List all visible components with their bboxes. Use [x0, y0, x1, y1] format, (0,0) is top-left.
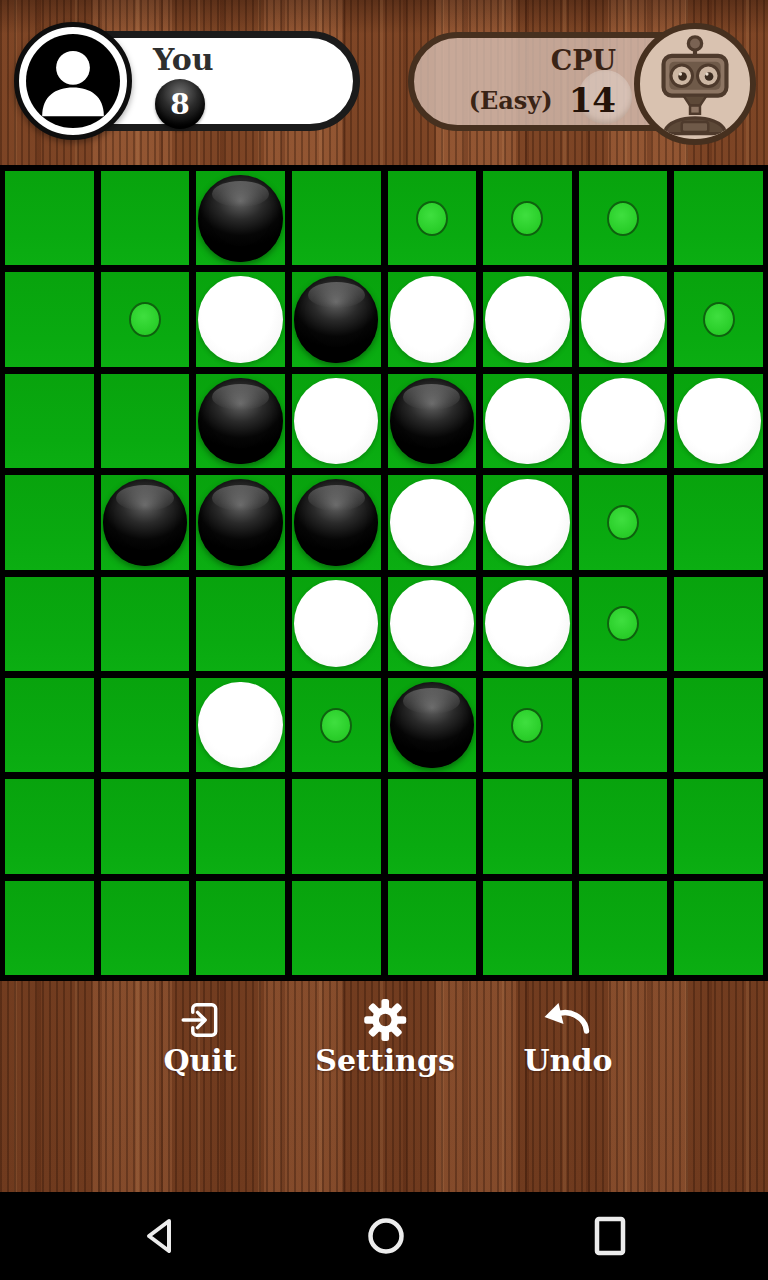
- black-disc: [294, 276, 378, 363]
- othello-board[interactable]: [0, 165, 768, 981]
- white-disc: [581, 276, 665, 363]
- undo-button[interactable]: Undo: [524, 998, 613, 1078]
- white-disc: [390, 580, 474, 667]
- board-cell-d8: [292, 881, 381, 975]
- black-disc: [198, 479, 282, 566]
- white-disc: [485, 276, 569, 363]
- board-cell-f8: [483, 881, 572, 975]
- cpu-avatar: [634, 23, 756, 145]
- black-disc: [103, 479, 187, 566]
- board-cell-h7: [674, 779, 763, 873]
- android-recents-button[interactable]: [589, 1215, 631, 1257]
- white-disc: [485, 580, 569, 667]
- board-cell-d4: [292, 475, 381, 569]
- legal-move-hint[interactable]: [607, 606, 639, 641]
- board-cell-g7: [579, 779, 668, 873]
- cpu-score: 14: [569, 80, 616, 120]
- white-disc: [390, 276, 474, 363]
- back-triangle-icon: [141, 1215, 183, 1257]
- board-cell-f7: [483, 779, 572, 873]
- gear-icon: [315, 998, 455, 1042]
- board-cell-h6: [674, 678, 763, 772]
- board-cell-c6: [196, 678, 285, 772]
- board-cell-h4: [674, 475, 763, 569]
- board-cell-f5: [483, 577, 572, 671]
- board-cell-d2: [292, 272, 381, 366]
- board-cell-a3: [5, 374, 94, 468]
- white-disc: [485, 378, 569, 465]
- board-cell-b6: [101, 678, 190, 772]
- white-disc: [677, 378, 761, 465]
- board-cell-g3: [579, 374, 668, 468]
- board-cell-c4: [196, 475, 285, 569]
- board-cell-b4: [101, 475, 190, 569]
- board-cell-g1[interactable]: [579, 171, 668, 265]
- player-name: You: [153, 44, 343, 76]
- board-cell-e2: [388, 272, 477, 366]
- legal-move-hint[interactable]: [320, 708, 352, 743]
- board-cell-g6: [579, 678, 668, 772]
- android-navigation-bar: [0, 1192, 768, 1280]
- board-cell-c1: [196, 171, 285, 265]
- board-cell-h3: [674, 374, 763, 468]
- board-cell-b2[interactable]: [101, 272, 190, 366]
- board-cell-f6[interactable]: [483, 678, 572, 772]
- board-cell-d6[interactable]: [292, 678, 381, 772]
- board-cell-g5[interactable]: [579, 577, 668, 671]
- board-cell-b1: [101, 171, 190, 265]
- board-cell-a6: [5, 678, 94, 772]
- black-disc: [294, 479, 378, 566]
- quit-label: Quit: [163, 1043, 236, 1078]
- board-cell-a7: [5, 779, 94, 873]
- undo-label: Undo: [524, 1043, 613, 1078]
- android-back-button[interactable]: [141, 1215, 183, 1257]
- home-circle-icon: [365, 1215, 407, 1257]
- board-cell-b3: [101, 374, 190, 468]
- cpu-difficulty: (Easy): [469, 86, 553, 115]
- quit-button[interactable]: Quit: [163, 998, 236, 1078]
- board-cell-b5: [101, 577, 190, 671]
- board-cell-g2: [579, 272, 668, 366]
- legal-move-hint[interactable]: [511, 201, 543, 236]
- board-cell-e6: [388, 678, 477, 772]
- board-cell-a1: [5, 171, 94, 265]
- board-cell-f1[interactable]: [483, 171, 572, 265]
- board-cell-d7: [292, 779, 381, 873]
- board-cell-g8: [579, 881, 668, 975]
- board-cell-f4: [483, 475, 572, 569]
- player-score-disc: 8: [155, 79, 205, 129]
- settings-label: Settings: [315, 1043, 455, 1078]
- legal-move-hint[interactable]: [607, 201, 639, 236]
- settings-button[interactable]: Settings: [315, 998, 455, 1078]
- board-cell-c2: [196, 272, 285, 366]
- white-disc: [198, 276, 282, 363]
- game-toolbar: Quit Settings: [0, 996, 768, 1086]
- board-cell-d5: [292, 577, 381, 671]
- board-cell-e7: [388, 779, 477, 873]
- player-score: 8: [170, 88, 189, 121]
- legal-move-hint[interactable]: [703, 302, 735, 337]
- black-disc: [390, 682, 474, 769]
- undo-arrow-icon: [524, 998, 613, 1042]
- legal-move-hint[interactable]: [416, 201, 448, 236]
- board-cell-b8: [101, 881, 190, 975]
- white-disc: [294, 378, 378, 465]
- board-cell-c3: [196, 374, 285, 468]
- board-cell-d1: [292, 171, 381, 265]
- board-cell-e1[interactable]: [388, 171, 477, 265]
- scoreboard: You 8 CPU (Easy) 14: [0, 0, 768, 165]
- board-cell-e5: [388, 577, 477, 671]
- othello-app-screen: You 8 CPU (Easy) 14: [0, 0, 768, 1280]
- legal-move-hint[interactable]: [511, 708, 543, 743]
- robot-icon: [642, 31, 748, 137]
- board-cell-c7: [196, 779, 285, 873]
- board-cell-g4[interactable]: [579, 475, 668, 569]
- board-cell-c5: [196, 577, 285, 671]
- white-disc: [390, 479, 474, 566]
- person-icon: [26, 34, 120, 128]
- board-cell-h8: [674, 881, 763, 975]
- board-cell-e3: [388, 374, 477, 468]
- board-cell-h1: [674, 171, 763, 265]
- black-disc: [390, 378, 474, 465]
- board-cell-h5: [674, 577, 763, 671]
- android-home-button[interactable]: [365, 1215, 407, 1257]
- player-avatar: [14, 22, 132, 140]
- board-cell-d3: [292, 374, 381, 468]
- exit-icon: [163, 998, 236, 1042]
- board-cell-e8: [388, 881, 477, 975]
- white-disc: [485, 479, 569, 566]
- white-disc: [294, 580, 378, 667]
- cpu-name: CPU: [424, 46, 616, 76]
- white-disc: [198, 682, 282, 769]
- legal-move-hint[interactable]: [129, 302, 161, 337]
- board-cell-f3: [483, 374, 572, 468]
- board-cell-a8: [5, 881, 94, 975]
- board-cell-f2: [483, 272, 572, 366]
- board-cell-h2[interactable]: [674, 272, 763, 366]
- legal-move-hint[interactable]: [607, 505, 639, 540]
- board-cell-a2: [5, 272, 94, 366]
- board-cell-b7: [101, 779, 190, 873]
- black-disc: [198, 175, 282, 262]
- recents-square-icon: [589, 1215, 631, 1257]
- board-cell-a4: [5, 475, 94, 569]
- board-cell-c8: [196, 881, 285, 975]
- board-cell-e4: [388, 475, 477, 569]
- white-disc: [581, 378, 665, 465]
- board-cell-a5: [5, 577, 94, 671]
- black-disc: [198, 378, 282, 465]
